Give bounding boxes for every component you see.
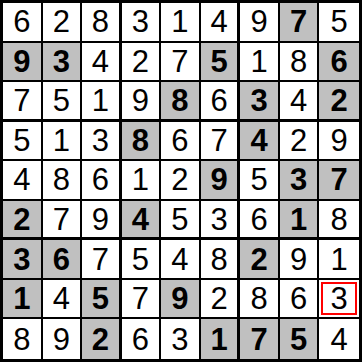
cell-r9c9[interactable]: 4 xyxy=(319,319,359,359)
cell-r8c6[interactable]: 2 xyxy=(201,280,241,320)
cell-r4c8[interactable]: 2 xyxy=(280,122,320,162)
cell-r6c9[interactable]: 8 xyxy=(319,201,359,241)
cell-r2c7[interactable]: 1 xyxy=(240,43,280,83)
cell-r6c6[interactable]: 3 xyxy=(201,201,241,241)
cell-r3c7[interactable]: 3 xyxy=(240,82,280,122)
cell-r2c2[interactable]: 3 xyxy=(43,43,83,83)
cell-r7c5[interactable]: 4 xyxy=(161,240,201,280)
cell-r4c2[interactable]: 1 xyxy=(43,122,83,162)
cell-r1c3[interactable]: 8 xyxy=(82,3,122,43)
sudoku-board: 6283149759342751867519863425138674294861… xyxy=(0,0,362,362)
cell-r7c7[interactable]: 2 xyxy=(240,240,280,280)
cell-r7c2[interactable]: 6 xyxy=(43,240,83,280)
cell-r5c8[interactable]: 3 xyxy=(280,161,320,201)
cell-r9c1[interactable]: 8 xyxy=(3,319,43,359)
cell-r4c3[interactable]: 3 xyxy=(82,122,122,162)
cell-r3c8[interactable]: 4 xyxy=(280,82,320,122)
cell-r6c4[interactable]: 4 xyxy=(122,201,162,241)
cell-r7c9[interactable]: 1 xyxy=(319,240,359,280)
cell-r3c4[interactable]: 9 xyxy=(122,82,162,122)
cell-r8c3[interactable]: 5 xyxy=(82,280,122,320)
cell-r9c3[interactable]: 2 xyxy=(82,319,122,359)
cell-r6c7[interactable]: 6 xyxy=(240,201,280,241)
cell-r1c8[interactable]: 7 xyxy=(280,3,320,43)
cell-r9c4[interactable]: 6 xyxy=(122,319,162,359)
cell-r2c8[interactable]: 8 xyxy=(280,43,320,83)
cell-r3c5[interactable]: 8 xyxy=(161,82,201,122)
cell-r8c2[interactable]: 4 xyxy=(43,280,83,320)
cell-r1c2[interactable]: 2 xyxy=(43,3,83,43)
cell-r4c5[interactable]: 6 xyxy=(161,122,201,162)
cell-r4c7[interactable]: 4 xyxy=(240,122,280,162)
cell-r4c6[interactable]: 7 xyxy=(201,122,241,162)
cell-r9c6[interactable]: 1 xyxy=(201,319,241,359)
cell-r6c3[interactable]: 9 xyxy=(82,201,122,241)
cell-r1c5[interactable]: 1 xyxy=(161,3,201,43)
cell-r9c8[interactable]: 5 xyxy=(280,319,320,359)
cell-r9c7[interactable]: 7 xyxy=(240,319,280,359)
cell-r3c1[interactable]: 7 xyxy=(3,82,43,122)
cell-r7c8[interactable]: 9 xyxy=(280,240,320,280)
cell-r3c6[interactable]: 6 xyxy=(201,82,241,122)
cell-r6c8[interactable]: 1 xyxy=(280,201,320,241)
cell-r2c1[interactable]: 9 xyxy=(3,43,43,83)
cell-r5c5[interactable]: 2 xyxy=(161,161,201,201)
cell-r2c5[interactable]: 7 xyxy=(161,43,201,83)
cell-r5c7[interactable]: 5 xyxy=(240,161,280,201)
cell-r1c1[interactable]: 6 xyxy=(3,3,43,43)
cell-r5c6[interactable]: 9 xyxy=(201,161,241,201)
cell-r9c5[interactable]: 3 xyxy=(161,319,201,359)
cell-r7c1[interactable]: 3 xyxy=(3,240,43,280)
cell-r1c7[interactable]: 9 xyxy=(240,3,280,43)
cell-r9c2[interactable]: 9 xyxy=(43,319,83,359)
cell-r2c6[interactable]: 5 xyxy=(201,43,241,83)
selection-highlight xyxy=(321,282,357,316)
cell-r8c9[interactable]: 3 xyxy=(319,280,359,320)
cell-r2c9[interactable]: 6 xyxy=(319,43,359,83)
cell-r5c9[interactable]: 7 xyxy=(319,161,359,201)
cell-r6c1[interactable]: 2 xyxy=(3,201,43,241)
cell-r1c9[interactable]: 5 xyxy=(319,3,359,43)
cell-r5c1[interactable]: 4 xyxy=(3,161,43,201)
cell-r6c5[interactable]: 5 xyxy=(161,201,201,241)
cell-r5c2[interactable]: 8 xyxy=(43,161,83,201)
cell-r8c4[interactable]: 7 xyxy=(122,280,162,320)
cell-r1c6[interactable]: 4 xyxy=(201,3,241,43)
cell-r7c3[interactable]: 7 xyxy=(82,240,122,280)
cell-r2c3[interactable]: 4 xyxy=(82,43,122,83)
cell-r4c9[interactable]: 9 xyxy=(319,122,359,162)
cell-r6c2[interactable]: 7 xyxy=(43,201,83,241)
cell-r4c4[interactable]: 8 xyxy=(122,122,162,162)
cell-r8c7[interactable]: 8 xyxy=(240,280,280,320)
cell-r8c1[interactable]: 1 xyxy=(3,280,43,320)
cell-r5c4[interactable]: 1 xyxy=(122,161,162,201)
cell-r3c2[interactable]: 5 xyxy=(43,82,83,122)
cell-r3c3[interactable]: 1 xyxy=(82,82,122,122)
cell-r2c4[interactable]: 2 xyxy=(122,43,162,83)
cell-r1c4[interactable]: 3 xyxy=(122,3,162,43)
cell-r8c5[interactable]: 9 xyxy=(161,280,201,320)
cell-r8c8[interactable]: 6 xyxy=(280,280,320,320)
cell-r5c3[interactable]: 6 xyxy=(82,161,122,201)
cell-r7c4[interactable]: 5 xyxy=(122,240,162,280)
cell-r7c6[interactable]: 8 xyxy=(201,240,241,280)
cell-r4c1[interactable]: 5 xyxy=(3,122,43,162)
cell-r3c9[interactable]: 2 xyxy=(319,82,359,122)
